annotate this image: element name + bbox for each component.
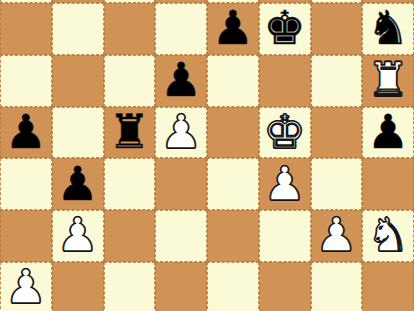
square-g4[interactable] <box>311 158 363 210</box>
black-pawn-piece[interactable]: ♟ <box>212 4 254 51</box>
square-f2[interactable] <box>259 262 311 311</box>
square-a2[interactable]: ♟ <box>0 262 52 311</box>
square-c6[interactable] <box>104 55 156 107</box>
square-c2[interactable] <box>104 262 156 311</box>
white-pawn-piece[interactable]: ♟ <box>264 160 306 207</box>
square-g6[interactable] <box>311 55 363 107</box>
square-f4[interactable]: ♟ <box>259 158 311 210</box>
square-a6[interactable] <box>0 55 52 107</box>
square-g7[interactable] <box>311 3 363 55</box>
black-rook-piece[interactable]: ♜ <box>108 108 150 155</box>
square-b7[interactable] <box>52 3 104 55</box>
white-king-piece[interactable]: ♚ <box>264 108 306 155</box>
white-pawn-piece[interactable]: ♟ <box>5 263 47 310</box>
square-e5[interactable] <box>207 107 259 159</box>
square-g2[interactable] <box>311 262 363 311</box>
chess-board: ♟♚♞♟♜♟♜♟♚♟♟♟♟♟♞♟ <box>0 0 414 311</box>
square-c7[interactable] <box>104 3 156 55</box>
black-pawn-piece[interactable]: ♟ <box>5 108 47 155</box>
square-h3[interactable]: ♞ <box>362 210 414 262</box>
square-d3[interactable] <box>155 210 207 262</box>
square-b5[interactable] <box>52 107 104 159</box>
square-e7[interactable]: ♟ <box>207 3 259 55</box>
black-pawn-piece[interactable]: ♟ <box>57 160 99 207</box>
square-b6[interactable] <box>52 55 104 107</box>
black-knight-piece[interactable]: ♞ <box>367 4 409 51</box>
square-b2[interactable] <box>52 262 104 311</box>
chess-board-screenshot: ♟♚♞♟♜♟♜♟♚♟♟♟♟♟♞♟ <box>0 0 414 311</box>
square-e6[interactable] <box>207 55 259 107</box>
square-f3[interactable] <box>259 210 311 262</box>
white-pawn-piece[interactable]: ♟ <box>315 211 357 258</box>
square-d4[interactable] <box>155 158 207 210</box>
square-g5[interactable] <box>311 107 363 159</box>
square-b4[interactable]: ♟ <box>52 158 104 210</box>
square-a4[interactable] <box>0 158 52 210</box>
white-rook-piece[interactable]: ♜ <box>367 56 409 103</box>
white-knight-piece[interactable]: ♞ <box>367 211 409 258</box>
black-pawn-piece[interactable]: ♟ <box>160 56 202 103</box>
square-e4[interactable] <box>207 158 259 210</box>
square-a3[interactable] <box>0 210 52 262</box>
square-f7[interactable]: ♚ <box>259 3 311 55</box>
square-d5[interactable]: ♟ <box>155 107 207 159</box>
square-c5[interactable]: ♜ <box>104 107 156 159</box>
square-h7[interactable]: ♞ <box>362 3 414 55</box>
square-b3[interactable]: ♟ <box>52 210 104 262</box>
square-d7[interactable] <box>155 3 207 55</box>
square-h5[interactable]: ♟ <box>362 107 414 159</box>
black-pawn-piece[interactable]: ♟ <box>367 108 409 155</box>
square-h4[interactable] <box>362 158 414 210</box>
square-e2[interactable] <box>207 262 259 311</box>
square-a7[interactable] <box>0 3 52 55</box>
square-c3[interactable] <box>104 210 156 262</box>
square-h2[interactable] <box>362 262 414 311</box>
square-d2[interactable] <box>155 262 207 311</box>
white-pawn-piece[interactable]: ♟ <box>57 211 99 258</box>
square-f5[interactable]: ♚ <box>259 107 311 159</box>
square-a5[interactable]: ♟ <box>0 107 52 159</box>
white-pawn-piece[interactable]: ♟ <box>160 108 202 155</box>
square-g3[interactable]: ♟ <box>311 210 363 262</box>
square-f6[interactable] <box>259 55 311 107</box>
square-c4[interactable] <box>104 158 156 210</box>
square-d6[interactable]: ♟ <box>155 55 207 107</box>
square-h6[interactable]: ♜ <box>362 55 414 107</box>
square-e3[interactable] <box>207 210 259 262</box>
black-king-piece[interactable]: ♚ <box>264 4 306 51</box>
